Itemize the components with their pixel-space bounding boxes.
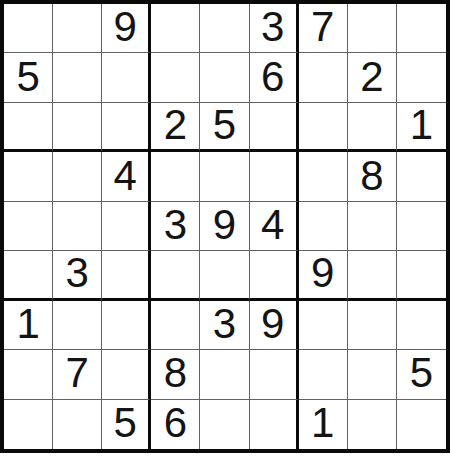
cell-r8c4: 8 xyxy=(151,350,200,399)
given-digit: 7 xyxy=(311,6,334,48)
cell-r2c6: 6 xyxy=(250,53,299,102)
cell-r3c4: 2 xyxy=(151,103,200,152)
cell-r7c8[interactable] xyxy=(348,301,397,350)
cell-r4c4[interactable] xyxy=(151,152,200,201)
cell-r6c9[interactable] xyxy=(397,251,446,300)
given-digit: 5 xyxy=(213,104,236,146)
cell-r6c5[interactable] xyxy=(200,251,249,300)
cell-r2c8: 2 xyxy=(348,53,397,102)
cell-r8c6[interactable] xyxy=(250,350,299,399)
cell-r8c3[interactable] xyxy=(102,350,151,399)
cell-r1c2[interactable] xyxy=(53,4,102,53)
cell-r5c8[interactable] xyxy=(348,202,397,251)
cell-r9c8[interactable] xyxy=(348,400,397,449)
cell-r1c4[interactable] xyxy=(151,4,200,53)
cell-r3c7[interactable] xyxy=(299,103,348,152)
cell-r8c9: 5 xyxy=(397,350,446,399)
cell-r5c6: 4 xyxy=(250,202,299,251)
cell-r4c9[interactable] xyxy=(397,152,446,201)
cell-r7c9[interactable] xyxy=(397,301,446,350)
cell-r6c8[interactable] xyxy=(348,251,397,300)
cell-r1c9[interactable] xyxy=(397,4,446,53)
cell-r5c1[interactable] xyxy=(4,202,53,251)
cell-r7c7[interactable] xyxy=(299,301,348,350)
cell-r5c2[interactable] xyxy=(53,202,102,251)
cell-r8c8[interactable] xyxy=(348,350,397,399)
cell-r8c7[interactable] xyxy=(299,350,348,399)
cell-r5c4: 3 xyxy=(151,202,200,251)
given-digit: 3 xyxy=(65,252,88,294)
cell-r2c7[interactable] xyxy=(299,53,348,102)
cell-r4c8: 8 xyxy=(348,152,397,201)
given-digit: 6 xyxy=(261,56,284,98)
cell-r6c3[interactable] xyxy=(102,251,151,300)
cell-r2c2[interactable] xyxy=(53,53,102,102)
cell-r4c5[interactable] xyxy=(200,152,249,201)
cell-r2c9[interactable] xyxy=(397,53,446,102)
cell-r3c3[interactable] xyxy=(102,103,151,152)
cell-r2c3[interactable] xyxy=(102,53,151,102)
cell-r3c5: 5 xyxy=(200,103,249,152)
cell-r2c4[interactable] xyxy=(151,53,200,102)
cell-r2c1: 5 xyxy=(4,53,53,102)
cell-r5c5: 9 xyxy=(200,202,249,251)
given-digit: 6 xyxy=(164,402,187,444)
given-digit: 4 xyxy=(261,204,284,246)
given-digit: 7 xyxy=(65,352,88,394)
given-digit: 9 xyxy=(261,303,284,345)
sudoku-page: 9375622514839439139785561 xyxy=(0,0,450,465)
cell-r7c4[interactable] xyxy=(151,301,200,350)
cell-r9c6[interactable] xyxy=(250,400,299,449)
given-digit: 5 xyxy=(16,56,39,98)
cell-r1c8[interactable] xyxy=(348,4,397,53)
cell-r4c3: 4 xyxy=(102,152,151,201)
cell-r8c2: 7 xyxy=(53,350,102,399)
cell-r1c5[interactable] xyxy=(200,4,249,53)
cell-r3c6[interactable] xyxy=(250,103,299,152)
given-digit: 5 xyxy=(114,402,137,444)
cell-r2c5[interactable] xyxy=(200,53,249,102)
cell-r6c2: 3 xyxy=(53,251,102,300)
cell-r4c2[interactable] xyxy=(53,152,102,201)
cell-r7c3[interactable] xyxy=(102,301,151,350)
cell-r9c5[interactable] xyxy=(200,400,249,449)
given-digit: 3 xyxy=(261,6,284,48)
cell-r3c9: 1 xyxy=(397,103,446,152)
given-digit: 8 xyxy=(164,352,187,394)
given-digit: 1 xyxy=(410,104,433,146)
cell-r5c9[interactable] xyxy=(397,202,446,251)
cell-r3c1[interactable] xyxy=(4,103,53,152)
cell-r9c4: 6 xyxy=(151,400,200,449)
cell-r3c8[interactable] xyxy=(348,103,397,152)
cell-r6c7: 9 xyxy=(299,251,348,300)
given-digit: 1 xyxy=(311,402,334,444)
cell-r7c6: 9 xyxy=(250,301,299,350)
cell-r5c3[interactable] xyxy=(102,202,151,251)
cell-r9c2[interactable] xyxy=(53,400,102,449)
given-digit: 3 xyxy=(164,204,187,246)
given-digit: 9 xyxy=(213,204,236,246)
cell-r4c1[interactable] xyxy=(4,152,53,201)
cell-r7c5: 3 xyxy=(200,301,249,350)
cell-r9c7: 1 xyxy=(299,400,348,449)
cell-r8c5[interactable] xyxy=(200,350,249,399)
cell-r1c6: 3 xyxy=(250,4,299,53)
cell-r7c2[interactable] xyxy=(53,301,102,350)
cell-r9c1[interactable] xyxy=(4,400,53,449)
given-digit: 4 xyxy=(114,155,137,197)
sudoku-board: 9375622514839439139785561 xyxy=(0,0,450,453)
given-digit: 2 xyxy=(164,104,187,146)
cell-r7c1: 1 xyxy=(4,301,53,350)
cell-r1c1[interactable] xyxy=(4,4,53,53)
cell-r1c7: 7 xyxy=(299,4,348,53)
given-digit: 5 xyxy=(410,352,433,394)
given-digit: 9 xyxy=(311,252,334,294)
given-digit: 2 xyxy=(360,56,383,98)
given-digit: 8 xyxy=(360,155,383,197)
cell-r4c7[interactable] xyxy=(299,152,348,201)
cell-r1c3: 9 xyxy=(102,4,151,53)
cell-r4c6[interactable] xyxy=(250,152,299,201)
given-digit: 3 xyxy=(213,303,236,345)
cell-r5c7[interactable] xyxy=(299,202,348,251)
cell-r6c4[interactable] xyxy=(151,251,200,300)
cell-r6c6[interactable] xyxy=(250,251,299,300)
cell-r9c9[interactable] xyxy=(397,400,446,449)
given-digit: 1 xyxy=(16,303,39,345)
cell-r9c3: 5 xyxy=(102,400,151,449)
cell-r3c2[interactable] xyxy=(53,103,102,152)
given-digit: 9 xyxy=(114,6,137,48)
cell-r8c1[interactable] xyxy=(4,350,53,399)
cell-r6c1[interactable] xyxy=(4,251,53,300)
